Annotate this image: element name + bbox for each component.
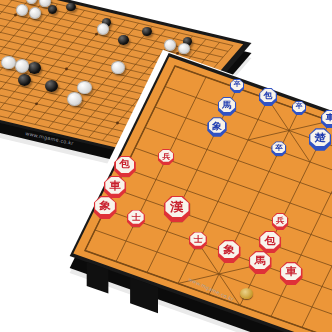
janggi-piece-blue: 卒 <box>271 141 286 156</box>
piece-character: 包 <box>120 160 131 170</box>
piece-character: 馬 <box>222 101 231 110</box>
janggi-piece-blue: 楚 <box>309 128 332 151</box>
piece-face: 馬 <box>219 98 235 112</box>
janggi-board-surface <box>0 0 332 332</box>
piece-character: 象 <box>212 121 222 130</box>
product-photo-scene: www.mgame.co.kr 卒包卒車馬楚象卒兵包兵車漢包象士士象馬車 www… <box>0 0 332 332</box>
gold-seal-sticker <box>240 288 253 299</box>
piece-face: 楚 <box>310 129 329 146</box>
janggi-piece-blue: 卒 <box>230 79 244 93</box>
piece-face: 卒 <box>231 80 243 91</box>
piece-character: 士 <box>193 235 202 243</box>
piece-face: 象 <box>95 197 115 214</box>
piece-face: 士 <box>128 210 143 223</box>
piece-character: 楚 <box>314 133 325 143</box>
janggi-piece-blue: 象 <box>207 117 226 136</box>
piece-face: 包 <box>260 89 276 103</box>
piece-character: 卒 <box>296 104 303 110</box>
piece-character: 包 <box>264 235 275 245</box>
janggi-piece-blue: 馬 <box>218 97 237 116</box>
janggi-piece-red: 車 <box>280 262 303 285</box>
janggi-board: 卒包卒車馬楚象卒兵包兵車漢包象士士象馬車 www.mgame.co.kr <box>0 0 332 332</box>
piece-face: 象 <box>219 241 239 258</box>
piece-face: 漢 <box>165 197 188 217</box>
piece-character: 象 <box>223 244 235 255</box>
piece-character: 卒 <box>234 82 241 88</box>
piece-face: 馬 <box>250 252 270 269</box>
piece-character: 象 <box>99 200 111 211</box>
piece-character: 漢 <box>170 201 183 213</box>
piece-face: 兵 <box>159 150 173 162</box>
piece-face: 車 <box>105 177 124 194</box>
piece-face: 車 <box>281 263 301 280</box>
piece-face: 士 <box>190 232 205 245</box>
janggi-piece-red: 兵 <box>272 213 289 230</box>
piece-face: 卒 <box>293 102 305 113</box>
piece-face: 象 <box>209 118 226 133</box>
janggi-piece-blue: 卒 <box>292 101 306 115</box>
piece-character: 車 <box>109 180 120 190</box>
janggi-piece-blue: 包 <box>259 88 277 106</box>
piece-character: 車 <box>285 266 297 277</box>
piece-character: 車 <box>326 114 332 122</box>
piece-character: 卒 <box>275 144 283 151</box>
piece-face: 卒 <box>272 142 285 153</box>
janggi-piece-red: 包 <box>259 231 281 253</box>
piece-character: 兵 <box>276 216 284 224</box>
janggi-piece-red: 兵 <box>158 149 174 165</box>
piece-face: 包 <box>116 157 135 173</box>
piece-face: 車 <box>322 111 332 125</box>
janggi-piece-red: 士 <box>127 210 145 228</box>
janggi-piece-red: 漢 <box>164 196 191 223</box>
janggi-piece-red: 士 <box>189 232 207 250</box>
piece-face: 兵 <box>273 214 287 227</box>
piece-character: 兵 <box>162 152 170 159</box>
piece-character: 士 <box>131 213 140 221</box>
piece-character: 馬 <box>254 255 266 266</box>
piece-character: 包 <box>264 92 273 100</box>
piece-face: 包 <box>260 232 279 249</box>
